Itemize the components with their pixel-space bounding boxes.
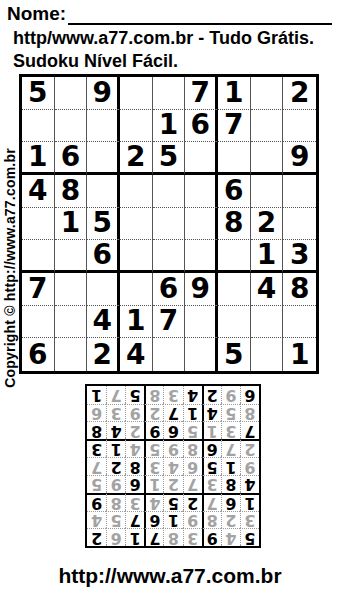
puzzle-cell-r8c3: 4 <box>87 306 120 339</box>
solution-cell-r5c7: 8 <box>125 457 144 475</box>
solution-cell-r9c7: 5 <box>125 386 144 404</box>
puzzle-cell-r5c8: 2 <box>251 208 284 241</box>
site-title: http/www.a77.com.br - Tudo Grátis. <box>13 28 314 49</box>
solution-cell-r1c4: 3 <box>183 528 202 546</box>
solution-cell-r8c4: 1 <box>183 404 202 422</box>
solution-cell-r9c4: 4 <box>183 386 202 404</box>
main-sudoku-grid: 597121671625948615826137694841762451 <box>19 74 319 374</box>
solution-cell-r3c5: 5 <box>163 493 182 511</box>
puzzle-cell-r6c3: 6 <box>87 240 120 273</box>
puzzle-cell-r3c8[interactable] <box>251 142 284 175</box>
solution-cell-r1c2: 4 <box>221 528 240 546</box>
solution-cell-r6c4: 8 <box>183 439 202 457</box>
solution-cell-r4c4: 7 <box>183 475 202 493</box>
solution-cell-r6c2: 7 <box>221 439 240 457</box>
solution-cell-r7c2: 3 <box>221 421 240 439</box>
puzzle-cell-r4c8[interactable] <box>251 175 284 208</box>
puzzle-cell-r5c4[interactable] <box>120 208 153 241</box>
solution-cell-r6c9: 3 <box>87 439 106 457</box>
puzzle-cell-r9c4: 4 <box>120 338 153 371</box>
solution-cell-r8c1: 8 <box>240 404 259 422</box>
solution-cell-r2c4: 9 <box>183 511 202 529</box>
solution-cell-r7c7: 2 <box>125 421 144 439</box>
puzzle-cell-r6c5[interactable] <box>153 240 186 273</box>
solution-cell-r9c6: 8 <box>144 386 163 404</box>
puzzle-cell-r5c9[interactable] <box>283 208 316 241</box>
puzzle-cell-r7c7[interactable] <box>218 273 251 306</box>
puzzle-cell-r3c9: 9 <box>283 142 316 175</box>
solution-cell-r9c1: 6 <box>240 386 259 404</box>
puzzle-cell-r5c6[interactable] <box>185 208 218 241</box>
solution-cell-r6c8: 1 <box>106 439 125 457</box>
solution-cell-r1c3: 9 <box>202 528 221 546</box>
puzzle-cell-r5c7: 8 <box>218 208 251 241</box>
solution-cell-r7c6: 9 <box>144 421 163 439</box>
solution-cell-r4c8: 9 <box>106 475 125 493</box>
puzzle-cell-r3c6[interactable] <box>185 142 218 175</box>
solution-cell-r5c2: 1 <box>221 457 240 475</box>
puzzle-cell-r2c8[interactable] <box>251 110 284 143</box>
puzzle-cell-r8c7[interactable] <box>218 306 251 339</box>
puzzle-cell-r1c9: 2 <box>283 77 316 110</box>
puzzle-cell-r8c8[interactable] <box>251 306 284 339</box>
footer-url: http://www.a77.com.br <box>0 564 340 588</box>
solution-cell-r3c2: 6 <box>221 493 240 511</box>
puzzle-cell-r7c2[interactable] <box>55 273 88 306</box>
puzzle-cell-r9c1: 6 <box>22 338 55 371</box>
puzzle-cell-r7c5: 6 <box>153 273 186 306</box>
solution-cell-r6c1: 2 <box>240 439 259 457</box>
puzzle-cell-r4c5[interactable] <box>153 175 186 208</box>
puzzle-cell-r1c4[interactable] <box>120 77 153 110</box>
puzzle-cell-r1c8[interactable] <box>251 77 284 110</box>
solution-cell-r5c1: 9 <box>240 457 259 475</box>
solution-cell-r6c3: 6 <box>202 439 221 457</box>
puzzle-cell-r7c9: 8 <box>283 273 316 306</box>
puzzle-cell-r3c5: 5 <box>153 142 186 175</box>
solution-cell-r6c6: 5 <box>144 439 163 457</box>
puzzle-cell-r9c5[interactable] <box>153 338 186 371</box>
puzzle-cell-r4c9[interactable] <box>283 175 316 208</box>
puzzle-cell-r6c1[interactable] <box>22 240 55 273</box>
solution-cell-r2c6: 6 <box>144 511 163 529</box>
solution-cell-r4c6: 1 <box>144 475 163 493</box>
puzzle-cell-r2c2[interactable] <box>55 110 88 143</box>
solution-cell-r4c1: 4 <box>240 475 259 493</box>
puzzle-cell-r4c1: 4 <box>22 175 55 208</box>
solution-cell-r5c5: 4 <box>163 457 182 475</box>
puzzle-cell-r3c4: 2 <box>120 142 153 175</box>
solution-cell-r5c4: 6 <box>183 457 202 475</box>
solution-cell-r5c6: 3 <box>144 457 163 475</box>
puzzle-cell-r1c5[interactable] <box>153 77 186 110</box>
puzzle-cell-r4c6[interactable] <box>185 175 218 208</box>
solution-cell-r7c9: 8 <box>87 421 106 439</box>
solution-cell-r2c3: 8 <box>202 511 221 529</box>
solution-cell-r8c3: 4 <box>202 404 221 422</box>
puzzle-cell-r3c2: 6 <box>55 142 88 175</box>
solution-cell-r1c6: 7 <box>144 528 163 546</box>
solution-cell-r7c1: 7 <box>240 421 259 439</box>
solution-cell-r3c6: 4 <box>144 493 163 511</box>
puzzle-cell-r8c6[interactable] <box>185 306 218 339</box>
solution-cell-r2c7: 7 <box>125 511 144 529</box>
solution-cell-r3c3: 7 <box>202 493 221 511</box>
puzzle-cell-r7c3[interactable] <box>87 273 120 306</box>
solution-cell-r3c4: 2 <box>183 493 202 511</box>
puzzle-cell-r2c9[interactable] <box>283 110 316 143</box>
solution-cell-r9c3: 2 <box>202 386 221 404</box>
puzzle-cell-r1c7: 1 <box>218 77 251 110</box>
solution-cell-r8c5: 7 <box>163 404 182 422</box>
solution-cell-r9c5: 3 <box>163 386 182 404</box>
puzzle-cell-r8c5: 7 <box>153 306 186 339</box>
solution-cell-r6c5: 9 <box>163 439 182 457</box>
solution-cell-r7c4: 5 <box>183 421 202 439</box>
solution-cell-r4c2: 8 <box>221 475 240 493</box>
puzzle-cell-r9c2[interactable] <box>55 338 88 371</box>
puzzle-cell-r3c7[interactable] <box>218 142 251 175</box>
puzzle-cell-r5c2: 1 <box>55 208 88 241</box>
puzzle-cell-r4c2: 8 <box>55 175 88 208</box>
puzzle-cell-r4c4[interactable] <box>120 175 153 208</box>
solution-cell-r4c3: 3 <box>202 475 221 493</box>
solution-cell-r5c8: 2 <box>106 457 125 475</box>
puzzle-cell-r1c1: 5 <box>22 77 55 110</box>
solution-cell-r9c2: 9 <box>221 386 240 404</box>
puzzle-cell-r8c4: 1 <box>120 306 153 339</box>
puzzle-cell-r1c2[interactable] <box>55 77 88 110</box>
solution-cell-r9c9: 1 <box>87 386 106 404</box>
solution-cell-r8c8: 3 <box>106 404 125 422</box>
puzzle-cell-r9c6[interactable] <box>185 338 218 371</box>
solution-cell-r3c9: 9 <box>87 493 106 511</box>
solution-cell-r8c7: 9 <box>125 404 144 422</box>
name-blank-line <box>68 2 332 25</box>
solution-cell-r4c9: 5 <box>87 475 106 493</box>
solution-cell-r6c7: 4 <box>125 439 144 457</box>
solution-cell-r7c8: 4 <box>106 421 125 439</box>
puzzle-cell-r6c7[interactable] <box>218 240 251 273</box>
puzzle-cell-r2c6: 6 <box>185 110 218 143</box>
solution-cell-r5c3: 5 <box>202 457 221 475</box>
puzzle-cell-r8c1[interactable] <box>22 306 55 339</box>
solution-cell-r7c3: 1 <box>202 421 221 439</box>
puzzle-cell-r1c6: 7 <box>185 77 218 110</box>
solution-cell-r5c9: 7 <box>87 457 106 475</box>
puzzle-cell-r2c4[interactable] <box>120 110 153 143</box>
puzzle-cell-r5c3: 5 <box>87 208 120 241</box>
puzzle-cell-r2c3[interactable] <box>87 110 120 143</box>
solution-cell-r1c8: 6 <box>106 528 125 546</box>
solution-cell-r8c2: 5 <box>221 404 240 422</box>
solution-cell-r3c1: 1 <box>240 493 259 511</box>
solution-cell-r3c7: 3 <box>125 493 144 511</box>
solution-cell-r8c6: 2 <box>144 404 163 422</box>
solution-cell-r4c5: 2 <box>163 475 182 493</box>
puzzle-cell-r3c1: 1 <box>22 142 55 175</box>
puzzle-cell-r5c1[interactable] <box>22 208 55 241</box>
puzzle-cell-r7c8: 4 <box>251 273 284 306</box>
puzzle-cell-r9c3: 2 <box>87 338 120 371</box>
puzzle-cell-r1c3: 9 <box>87 77 120 110</box>
puzzle-cell-r7c4[interactable] <box>120 273 153 306</box>
solution-cell-r1c5: 8 <box>163 528 182 546</box>
name-label: Nome: <box>7 2 66 25</box>
solution-cell-r1c1: 5 <box>240 528 259 546</box>
solution-cell-r3c8: 8 <box>106 493 125 511</box>
puzzle-cell-r7c6: 9 <box>185 273 218 306</box>
puzzle-cell-r7c1: 7 <box>22 273 55 306</box>
puzzle-cell-r8c2[interactable] <box>55 306 88 339</box>
puzzle-cell-r4c7: 6 <box>218 175 251 208</box>
puzzle-cell-r4c3[interactable] <box>87 175 120 208</box>
puzzle-cell-r6c9: 3 <box>283 240 316 273</box>
puzzle-cell-r2c5: 1 <box>153 110 186 143</box>
puzzle-cell-r9c9: 1 <box>283 338 316 371</box>
solution-cell-r4c7: 6 <box>125 475 144 493</box>
solution-cell-r2c9: 4 <box>87 511 106 529</box>
puzzle-cell-r5c5[interactable] <box>153 208 186 241</box>
solution-cell-r2c2: 2 <box>221 511 240 529</box>
puzzle-cell-r9c7: 5 <box>218 338 251 371</box>
puzzle-cell-r2c7: 7 <box>218 110 251 143</box>
solution-cell-r1c7: 1 <box>125 528 144 546</box>
solution-cell-r9c8: 7 <box>106 386 125 404</box>
solution-cell-r7c5: 6 <box>163 421 182 439</box>
solution-cell-r2c8: 5 <box>106 511 125 529</box>
puzzle-cell-r6c6[interactable] <box>185 240 218 273</box>
solution-cell-r1c9: 2 <box>87 528 106 546</box>
solution-grid-upside-down: 5493871623289167541672543894837216959156… <box>85 384 261 548</box>
puzzle-cell-r9c8[interactable] <box>251 338 284 371</box>
puzzle-cell-r3c3[interactable] <box>87 142 120 175</box>
puzzle-cell-r6c8: 1 <box>251 240 284 273</box>
puzzle-level-title: Sudoku Nível Fácil. <box>13 51 178 72</box>
solution-cell-r8c9: 6 <box>87 404 106 422</box>
puzzle-cell-r6c2[interactable] <box>55 240 88 273</box>
solution-cell-r2c5: 1 <box>163 511 182 529</box>
puzzle-cell-r2c1[interactable] <box>22 110 55 143</box>
solution-cell-r2c1: 3 <box>240 511 259 529</box>
puzzle-cell-r8c9[interactable] <box>283 306 316 339</box>
name-field-row: Nome: <box>7 2 332 25</box>
puzzle-cell-r6c4[interactable] <box>120 240 153 273</box>
copyright-vertical-text: Copyright © http://www.a77.com.br <box>2 148 18 388</box>
